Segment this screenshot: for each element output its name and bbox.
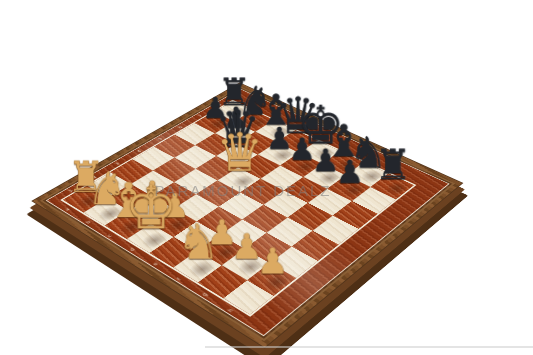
- white-knight-icon: ♞: [163, 218, 234, 267]
- board-scene: ♜♟♜♞♟♞♝♟♛♝♚♟♛♟♛♟♚♞♟♟♝♟♟♞♟♜ abcdefgh12345…: [0, 0, 533, 355]
- board-field: ♜♟♜♞♟♞♝♟♛♝♚♟♛♟♛♟♚♞♟♟♝♟♟♞♟♜ abcdefgh12345…: [46, 89, 450, 337]
- watermark-text: PARAMOUNT DEALZ: [155, 182, 332, 199]
- file-label-f: f: [176, 277, 182, 281]
- piece-black-pawn-g7: ♟: [327, 175, 370, 201]
- chess-board: ♜♟♜♞♟♞♝♟♛♝♚♟♛♟♛♟♚♞♟♟♝♟♟♞♟♜ abcdefgh12345…: [31, 82, 463, 348]
- background-shadow-line: [205, 346, 533, 348]
- file-label-a: a: [64, 207, 71, 211]
- square-g7: ♟: [327, 175, 370, 201]
- product-photo: ♜♟♜♞♟♞♝♟♛♝♚♟♛♟♛♟♚♞♟♟♝♟♟♞♟♜ abcdefgh12345…: [0, 0, 533, 355]
- file-label-g: g: [201, 292, 209, 297]
- white-queen-icon: ♛: [208, 127, 271, 180]
- white-pawn-icon: ♟: [236, 244, 308, 280]
